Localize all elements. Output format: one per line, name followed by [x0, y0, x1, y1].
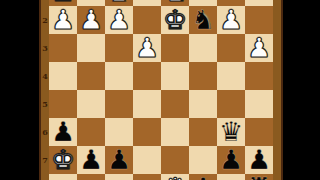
square-a2: ♟ [49, 6, 77, 34]
square-e2: ♚ [161, 6, 189, 34]
square-f3 [189, 34, 217, 62]
square-e7 [161, 146, 189, 174]
square-e8: ♛ [161, 174, 189, 180]
square-b7: ♟ [77, 146, 105, 174]
rank-label-7: 7 [41, 155, 49, 165]
rank-label-2: 2 [41, 15, 49, 25]
square-c7: ♟ [105, 146, 133, 174]
square-h7: ♟ [245, 146, 273, 174]
square-h8: ♜ [245, 174, 273, 180]
black-pawn-g7: ♟ [217, 146, 245, 174]
square-h6 [245, 118, 273, 146]
square-h3: ♟ [245, 34, 273, 62]
square-g3 [217, 34, 245, 62]
black-pawn-h7: ♟ [245, 146, 273, 174]
black-rook-h8: ♜ [245, 174, 273, 180]
white-pawn-d3: ♟ [133, 34, 161, 62]
square-b4 [77, 62, 105, 90]
chessboard: ♜♝♞♟♟♟♚♞♟♟♟♟♛♚♟♟♟♟♛♟♜ [49, 0, 273, 180]
square-e4 [161, 62, 189, 90]
black-pawn-f8: ♟ [189, 174, 217, 180]
square-d8 [133, 174, 161, 180]
square-c2: ♟ [105, 6, 133, 34]
square-f7 [189, 146, 217, 174]
white-king-e2: ♚ [161, 6, 189, 34]
square-a5 [49, 90, 77, 118]
square-a6: ♟ [49, 118, 77, 146]
square-d4 [133, 62, 161, 90]
square-g7: ♟ [217, 146, 245, 174]
rank-label-6: 6 [41, 127, 49, 137]
white-queen-e8: ♛ [161, 174, 189, 180]
square-e5 [161, 90, 189, 118]
rank-label-5: 5 [41, 99, 49, 109]
square-b2: ♟ [77, 6, 105, 34]
square-a8 [49, 174, 77, 180]
square-h4 [245, 62, 273, 90]
square-b3 [77, 34, 105, 62]
square-f5 [189, 90, 217, 118]
square-d3: ♟ [133, 34, 161, 62]
black-queen-g6: ♛ [217, 118, 245, 146]
black-pawn-b7: ♟ [77, 146, 105, 174]
square-f2: ♞ [189, 6, 217, 34]
square-f8: ♟ [189, 174, 217, 180]
rank-label-3: 3 [41, 43, 49, 53]
square-c8 [105, 174, 133, 180]
square-e3 [161, 34, 189, 62]
square-h5 [245, 90, 273, 118]
white-pawn-h3: ♟ [245, 34, 273, 62]
square-f6 [189, 118, 217, 146]
square-d2 [133, 6, 161, 34]
square-d6 [133, 118, 161, 146]
white-pawn-g2: ♟ [217, 6, 245, 34]
square-g2: ♟ [217, 6, 245, 34]
white-pawn-a2: ♟ [49, 6, 77, 34]
square-c3 [105, 34, 133, 62]
square-g8 [217, 174, 245, 180]
square-c4 [105, 62, 133, 90]
square-f4 [189, 62, 217, 90]
chessboard-frame: 234567 ♜♝♞♟♟♟♚♞♟♟♟♟♛♚♟♟♟♟♛♟♜ [39, 0, 283, 180]
rank-label-4: 4 [41, 71, 49, 81]
white-pawn-c2: ♟ [105, 6, 133, 34]
square-c6 [105, 118, 133, 146]
square-a4 [49, 62, 77, 90]
square-h2 [245, 6, 273, 34]
white-king-a7: ♚ [49, 146, 77, 174]
black-pawn-c7: ♟ [105, 146, 133, 174]
white-pawn-b2: ♟ [77, 6, 105, 34]
square-a3 [49, 34, 77, 62]
black-knight-f2: ♞ [189, 6, 217, 34]
square-d5 [133, 90, 161, 118]
chess-thumbnail: 234567 ♜♝♞♟♟♟♚♞♟♟♟♟♛♚♟♟♟♟♛♟♜ [0, 0, 320, 180]
square-b5 [77, 90, 105, 118]
square-b6 [77, 118, 105, 146]
square-g4 [217, 62, 245, 90]
square-g5 [217, 90, 245, 118]
black-pawn-a6: ♟ [49, 118, 77, 146]
square-g6: ♛ [217, 118, 245, 146]
square-e6 [161, 118, 189, 146]
square-d7 [133, 146, 161, 174]
square-b8 [77, 174, 105, 180]
square-a7: ♚ [49, 146, 77, 174]
square-c5 [105, 90, 133, 118]
